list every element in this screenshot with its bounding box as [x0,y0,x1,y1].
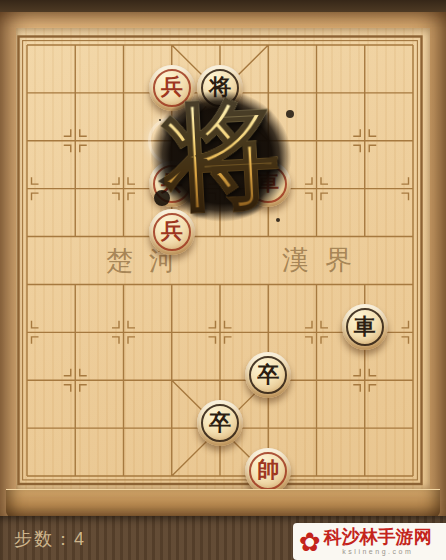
top-edge-strip [0,0,446,12]
watermark-site-name: 科沙林手游网 [324,528,432,548]
piece-character: 卒 [257,364,279,386]
piece-black-chariot[interactable]: 車 [342,304,388,350]
plum-blossom-icon: ✿ [299,529,321,555]
move-counter: 步数：4 [14,527,86,551]
piece-disc: 車 [346,308,384,346]
check-banner-character: 将 [160,95,282,217]
board-front-edge [6,489,440,517]
piece-disc: 帥 [249,452,287,490]
piece-disc: 卒 [201,404,239,442]
check-banner: 将 [146,86,296,226]
piece-character: 帥 [257,459,279,481]
piece-character: 車 [354,316,376,338]
watermark: ✿ 科沙林手游网 kslineng.com [293,523,446,560]
move-counter-value: 4 [74,529,86,549]
watermark-site-url: kslineng.com [342,548,413,555]
piece-black-soldier[interactable]: 卒 [245,352,291,398]
piece-black-soldier[interactable]: 卒 [197,400,243,446]
piece-red-general[interactable]: 帥 [245,448,291,494]
piece-disc: 卒 [249,356,287,394]
move-counter-label: 步数： [14,529,74,549]
piece-character: 卒 [209,412,231,434]
